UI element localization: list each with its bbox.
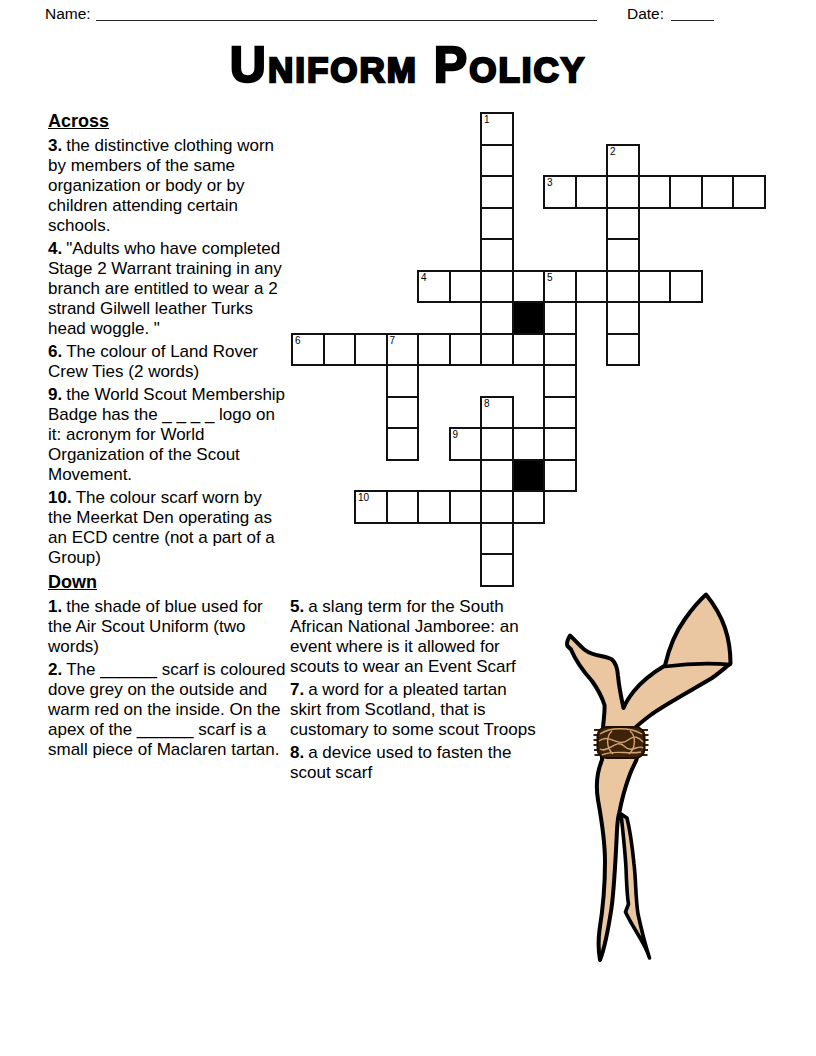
grid-cell[interactable] bbox=[480, 270, 514, 304]
grid-cell[interactable] bbox=[606, 238, 640, 272]
date-blank-line[interactable] bbox=[671, 2, 714, 21]
black-cell bbox=[512, 301, 546, 335]
clue-text: a slang term for the South African Natio… bbox=[290, 597, 519, 676]
clue-text: a device used to fasten the scout scarf bbox=[290, 743, 511, 782]
cell-number: 9 bbox=[453, 429, 459, 440]
grid-cell[interactable] bbox=[669, 270, 703, 304]
clue-number: 8. bbox=[290, 743, 304, 762]
grid-cell[interactable]: 4 bbox=[417, 270, 451, 304]
grid-cell[interactable] bbox=[543, 396, 577, 430]
grid-cell[interactable] bbox=[732, 175, 766, 209]
worksheet-page: Name: Date: Uniform Policy Across 3.the … bbox=[0, 0, 816, 1056]
scarf-right-tail bbox=[621, 814, 650, 958]
grid-cell[interactable] bbox=[512, 270, 546, 304]
clue-text: The colour scarf worn by the Meerkat Den… bbox=[48, 488, 275, 567]
grid-cell[interactable] bbox=[480, 522, 514, 556]
clue-down-1: 1.the shade of blue used for the Air Sco… bbox=[48, 597, 288, 657]
cell-number: 5 bbox=[547, 272, 553, 283]
cell-number: 3 bbox=[547, 177, 553, 188]
clue-number: 10. bbox=[48, 488, 72, 507]
clue-text: The colour of Land Rover Crew Ties (2 wo… bbox=[48, 342, 258, 381]
grid-cell[interactable]: 7 bbox=[386, 333, 420, 367]
grid-cell[interactable] bbox=[354, 333, 388, 367]
grid-cell[interactable] bbox=[386, 490, 420, 524]
clue-number: 2. bbox=[48, 660, 62, 679]
clue-across-10: 10.The colour scarf worn by the Meerkat … bbox=[48, 488, 288, 568]
down-heading: Down bbox=[48, 571, 288, 593]
clue-number: 3. bbox=[48, 136, 62, 155]
grid-cell[interactable] bbox=[638, 270, 672, 304]
page-title: Uniform Policy bbox=[0, 36, 816, 94]
grid-cell[interactable] bbox=[480, 459, 514, 493]
grid-cell[interactable] bbox=[543, 459, 577, 493]
crossword-board: 12345678910 bbox=[291, 112, 766, 587]
clue-text: the World Scout Membership Badge has the… bbox=[48, 385, 285, 484]
cell-number: 1 bbox=[484, 114, 490, 125]
grid-cell[interactable] bbox=[606, 333, 640, 367]
grid-cell[interactable] bbox=[480, 144, 514, 178]
grid-cell[interactable] bbox=[701, 175, 735, 209]
grid-cell[interactable] bbox=[606, 270, 640, 304]
grid-cell[interactable] bbox=[386, 427, 420, 461]
clue-text: a word for a pleated tartan skirt from S… bbox=[290, 680, 536, 739]
grid-cell[interactable]: 9 bbox=[449, 427, 483, 461]
clue-number: 4. bbox=[48, 239, 62, 258]
clue-number: 9. bbox=[48, 385, 62, 404]
name-label: Name: bbox=[45, 5, 91, 23]
grid-cell[interactable] bbox=[480, 333, 514, 367]
cell-number: 2 bbox=[610, 146, 616, 157]
grid-cell[interactable] bbox=[543, 333, 577, 367]
clue-number: 5. bbox=[290, 597, 304, 616]
grid-cell[interactable] bbox=[480, 490, 514, 524]
clue-across-6: 6.The colour of Land Rover Crew Ties (2 … bbox=[48, 342, 288, 382]
grid-cell[interactable] bbox=[606, 301, 640, 335]
grid-cell[interactable] bbox=[323, 333, 357, 367]
clue-number: 7. bbox=[290, 680, 304, 699]
grid-cell[interactable] bbox=[417, 490, 451, 524]
grid-cell[interactable]: 3 bbox=[543, 175, 577, 209]
grid-cell[interactable] bbox=[512, 490, 546, 524]
scarf-body bbox=[567, 595, 731, 961]
date-label: Date: bbox=[627, 5, 664, 23]
cell-number: 8 bbox=[484, 398, 490, 409]
grid-cell[interactable] bbox=[386, 396, 420, 430]
clue-text: the distinctive clothing worn by members… bbox=[48, 136, 274, 235]
clue-number: 1. bbox=[48, 597, 62, 616]
clue-down-8: 8.a device used to fasten the scout scar… bbox=[290, 743, 536, 783]
clue-down-5: 5.a slang term for the South African Nat… bbox=[290, 597, 536, 677]
grid-cell[interactable] bbox=[480, 175, 514, 209]
grid-cell[interactable] bbox=[638, 175, 672, 209]
name-blank-line[interactable] bbox=[96, 2, 597, 21]
clue-down-2: 2.The ______ scarf is coloured dove grey… bbox=[48, 660, 288, 760]
grid-cell[interactable] bbox=[575, 175, 609, 209]
grid-cell[interactable] bbox=[449, 270, 483, 304]
cell-number: 4 bbox=[421, 272, 427, 283]
clue-across-4: 4."Adults who have completed Stage 2 War… bbox=[48, 239, 288, 339]
grid-cell[interactable] bbox=[449, 333, 483, 367]
grid-cell[interactable] bbox=[480, 553, 514, 587]
cell-number: 10 bbox=[358, 492, 369, 503]
grid-cell[interactable] bbox=[417, 333, 451, 367]
grid-cell[interactable]: 10 bbox=[354, 490, 388, 524]
clue-across-9: 9.the World Scout Membership Badge has t… bbox=[48, 385, 288, 485]
grid-cell[interactable]: 1 bbox=[480, 112, 514, 146]
grid-cell[interactable]: 5 bbox=[543, 270, 577, 304]
grid-cell[interactable] bbox=[386, 364, 420, 398]
clue-text: the shade of blue used for the Air Scout… bbox=[48, 597, 263, 656]
grid-cell[interactable] bbox=[480, 238, 514, 272]
grid-cell[interactable] bbox=[575, 270, 609, 304]
grid-cell[interactable] bbox=[480, 207, 514, 241]
grid-cell[interactable] bbox=[480, 427, 514, 461]
grid-cell[interactable] bbox=[606, 207, 640, 241]
clues-middle-column: 5.a slang term for the South African Nat… bbox=[290, 597, 536, 786]
grid-cell[interactable] bbox=[543, 301, 577, 335]
grid-cell[interactable] bbox=[606, 175, 640, 209]
clue-down-7: 7.a word for a pleated tartan skirt from… bbox=[290, 680, 536, 740]
scout-scarf-illustration bbox=[540, 578, 760, 978]
grid-cell[interactable] bbox=[480, 301, 514, 335]
grid-cell[interactable] bbox=[669, 175, 703, 209]
clue-text: "Adults who have completed Stage 2 Warra… bbox=[48, 239, 282, 338]
grid-cell[interactable]: 2 bbox=[606, 144, 640, 178]
clue-across-3: 3.the distinctive clothing worn by membe… bbox=[48, 136, 288, 236]
across-heading: Across bbox=[48, 110, 288, 132]
clue-text: The ______ scarf is coloured dove grey o… bbox=[48, 660, 285, 759]
grid-cell[interactable] bbox=[512, 427, 546, 461]
grid-cell[interactable]: 8 bbox=[480, 396, 514, 430]
black-cell bbox=[512, 459, 546, 493]
clue-number: 6. bbox=[48, 342, 62, 361]
cell-number: 7 bbox=[390, 335, 396, 346]
clues-left-column: Across 3.the distinctive clothing worn b… bbox=[48, 110, 288, 763]
grid-cell[interactable]: 6 bbox=[291, 333, 325, 367]
grid-cell[interactable] bbox=[512, 333, 546, 367]
grid-cell[interactable] bbox=[543, 427, 577, 461]
grid-cell[interactable] bbox=[543, 364, 577, 398]
grid-cell[interactable] bbox=[449, 490, 483, 524]
cell-number: 6 bbox=[295, 335, 301, 346]
